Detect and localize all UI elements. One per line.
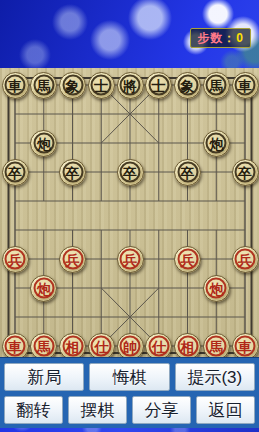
piece-glyph: 兵 bbox=[62, 249, 83, 270]
piece-glyph: 馬 bbox=[33, 75, 54, 96]
piece-black-馬[interactable]: 馬 bbox=[30, 72, 57, 99]
piece-red-仕[interactable]: 仕 bbox=[145, 333, 172, 360]
piece-black-士[interactable]: 士 bbox=[88, 72, 115, 99]
piece-glyph: 卒 bbox=[5, 162, 26, 183]
piece-glyph: 炮 bbox=[33, 133, 54, 154]
piece-red-兵[interactable]: 兵 bbox=[232, 246, 259, 273]
button-setup[interactable]: 摆棋 bbox=[68, 396, 127, 424]
piece-black-車[interactable]: 車 bbox=[232, 72, 259, 99]
piece-glyph: 帥 bbox=[120, 336, 141, 357]
piece-black-卒[interactable]: 卒 bbox=[232, 159, 259, 186]
piece-red-相[interactable]: 相 bbox=[174, 333, 201, 360]
piece-black-馬[interactable]: 馬 bbox=[203, 72, 230, 99]
piece-glyph: 炮 bbox=[33, 278, 54, 299]
move-counter-label: 步数 bbox=[197, 31, 223, 45]
piece-black-士[interactable]: 士 bbox=[145, 72, 172, 99]
piece-black-象[interactable]: 象 bbox=[174, 72, 201, 99]
piece-glyph: 兵 bbox=[120, 249, 141, 270]
board-grid bbox=[0, 68, 259, 360]
piece-glyph: 相 bbox=[62, 336, 83, 357]
piece-glyph: 卒 bbox=[62, 162, 83, 183]
piece-black-卒[interactable]: 卒 bbox=[174, 159, 201, 186]
piece-glyph: 車 bbox=[5, 75, 26, 96]
piece-red-兵[interactable]: 兵 bbox=[117, 246, 144, 273]
piece-glyph: 卒 bbox=[120, 162, 141, 183]
piece-glyph: 士 bbox=[91, 75, 112, 96]
piece-glyph: 車 bbox=[5, 336, 26, 357]
piece-glyph: 仕 bbox=[91, 336, 112, 357]
piece-black-炮[interactable]: 炮 bbox=[30, 130, 57, 157]
piece-glyph: 卒 bbox=[177, 162, 198, 183]
piece-black-象[interactable]: 象 bbox=[59, 72, 86, 99]
piece-red-炮[interactable]: 炮 bbox=[203, 275, 230, 302]
piece-red-車[interactable]: 車 bbox=[2, 333, 29, 360]
piece-glyph: 卒 bbox=[235, 162, 256, 183]
piece-black-卒[interactable]: 卒 bbox=[117, 159, 144, 186]
button-undo[interactable]: 悔棋 bbox=[89, 363, 169, 391]
piece-glyph: 車 bbox=[235, 75, 256, 96]
xiangqi-board[interactable]: 車馬象士將士象馬車炮炮卒卒卒卒卒兵兵兵兵兵炮炮車馬相仕帥仕相馬車 bbox=[0, 68, 259, 360]
piece-glyph: 士 bbox=[148, 75, 169, 96]
piece-black-將[interactable]: 將 bbox=[117, 72, 144, 99]
button-flip[interactable]: 翻转 bbox=[4, 396, 63, 424]
piece-glyph: 相 bbox=[177, 336, 198, 357]
piece-red-炮[interactable]: 炮 bbox=[30, 275, 57, 302]
move-counter-separator: ： bbox=[223, 31, 236, 45]
toolbar-panel: 新局悔棋提示(3) 翻转摆棋分享返回 bbox=[0, 358, 259, 428]
button-hint[interactable]: 提示(3) bbox=[175, 363, 255, 391]
piece-glyph: 馬 bbox=[33, 336, 54, 357]
piece-glyph: 象 bbox=[177, 75, 198, 96]
piece-red-帥[interactable]: 帥 bbox=[117, 333, 144, 360]
piece-red-兵[interactable]: 兵 bbox=[2, 246, 29, 273]
piece-glyph: 兵 bbox=[177, 249, 198, 270]
move-counter: 步数：0 bbox=[190, 28, 251, 48]
piece-glyph: 兵 bbox=[5, 249, 26, 270]
piece-red-車[interactable]: 車 bbox=[232, 333, 259, 360]
app-screen: 步数：0 車馬象士將士象馬車炮炮卒卒卒卒卒兵兵兵兵兵炮炮車馬相仕帥仕相馬車 新局… bbox=[0, 0, 259, 432]
piece-red-馬[interactable]: 馬 bbox=[30, 333, 57, 360]
piece-glyph: 象 bbox=[62, 75, 83, 96]
piece-glyph: 仕 bbox=[148, 336, 169, 357]
toolbar-row1: 新局悔棋提示(3) bbox=[4, 363, 255, 391]
piece-red-兵[interactable]: 兵 bbox=[174, 246, 201, 273]
piece-glyph: 馬 bbox=[206, 75, 227, 96]
piece-red-仕[interactable]: 仕 bbox=[88, 333, 115, 360]
piece-glyph: 炮 bbox=[206, 133, 227, 154]
piece-red-兵[interactable]: 兵 bbox=[59, 246, 86, 273]
piece-glyph: 馬 bbox=[206, 336, 227, 357]
piece-glyph: 車 bbox=[235, 336, 256, 357]
button-new-game[interactable]: 新局 bbox=[4, 363, 84, 391]
piece-black-卒[interactable]: 卒 bbox=[2, 159, 29, 186]
piece-glyph: 炮 bbox=[206, 278, 227, 299]
button-share[interactable]: 分享 bbox=[132, 396, 191, 424]
piece-red-馬[interactable]: 馬 bbox=[203, 333, 230, 360]
toolbar-row2: 翻转摆棋分享返回 bbox=[4, 396, 255, 424]
move-counter-value: 0 bbox=[236, 31, 244, 45]
piece-black-炮[interactable]: 炮 bbox=[203, 130, 230, 157]
piece-red-相[interactable]: 相 bbox=[59, 333, 86, 360]
piece-black-卒[interactable]: 卒 bbox=[59, 159, 86, 186]
piece-glyph: 兵 bbox=[235, 249, 256, 270]
piece-glyph: 將 bbox=[120, 75, 141, 96]
piece-black-車[interactable]: 車 bbox=[2, 72, 29, 99]
button-back[interactable]: 返回 bbox=[196, 396, 255, 424]
